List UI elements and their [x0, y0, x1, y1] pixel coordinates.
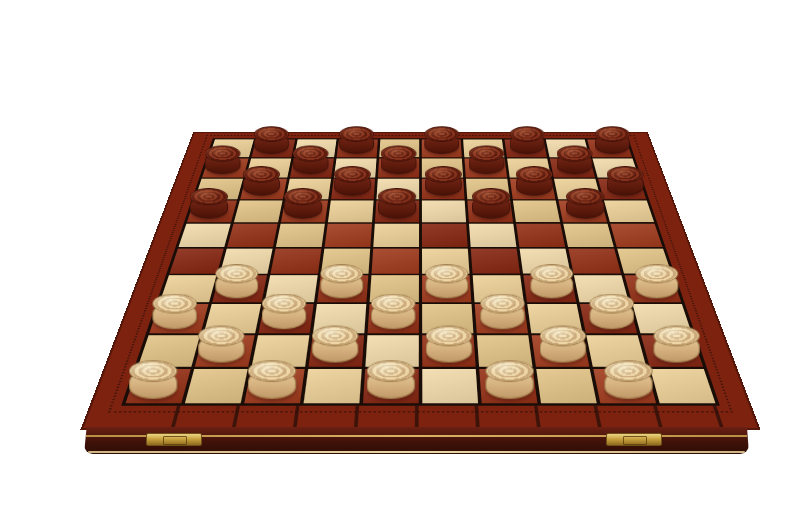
board-square-d8[interactable] — [331, 179, 375, 199]
piece-stand — [248, 360, 297, 401]
piece-stand — [604, 360, 653, 401]
piece-stand — [426, 325, 472, 364]
piece-top — [480, 294, 525, 314]
light-man[interactable] — [129, 360, 178, 401]
dark-man[interactable] — [472, 188, 510, 221]
piece-stand — [262, 294, 307, 332]
board-square-i5[interactable] — [568, 249, 621, 274]
board-square-b7[interactable] — [234, 201, 283, 223]
board-square-j7[interactable] — [604, 201, 654, 223]
light-man[interactable] — [635, 264, 678, 300]
piece-top — [198, 325, 244, 346]
piece-stand — [425, 166, 462, 198]
piece-top — [293, 145, 329, 161]
board-square-j1[interactable] — [650, 369, 715, 403]
piece-top — [653, 325, 699, 346]
board-square-d10[interactable] — [337, 139, 378, 157]
board-square-i7[interactable] — [558, 201, 607, 223]
board-square-f8[interactable] — [422, 179, 465, 199]
checkers-board — [84, 133, 758, 428]
piece-top — [516, 166, 553, 183]
dark-man[interactable] — [566, 188, 604, 221]
board-square-d1[interactable] — [304, 369, 362, 403]
piece-top — [378, 188, 416, 205]
brass-hinge-left — [146, 433, 202, 446]
board-square-a7[interactable] — [187, 201, 237, 223]
piece-top — [604, 360, 653, 382]
piece-top — [557, 145, 593, 161]
piece-top — [426, 325, 472, 346]
dark-man[interactable] — [469, 145, 505, 176]
piece-stand — [469, 145, 505, 176]
dark-man[interactable] — [243, 166, 280, 198]
board-square-h10[interactable] — [504, 139, 546, 157]
piece-stand — [284, 188, 322, 221]
board-square-e1[interactable] — [363, 369, 419, 403]
board-square-j8[interactable] — [598, 179, 646, 199]
board-square-b1[interactable] — [185, 369, 248, 403]
light-man[interactable] — [589, 294, 634, 332]
board-square-h4[interactable] — [523, 275, 576, 302]
board-square-c5[interactable] — [271, 249, 322, 274]
dark-man[interactable] — [381, 145, 417, 176]
piece-stand — [293, 145, 329, 176]
light-man[interactable] — [604, 360, 653, 401]
dark-man[interactable] — [205, 145, 241, 176]
piece-top — [129, 360, 178, 382]
piece-top — [425, 264, 468, 283]
piece-stand — [485, 360, 534, 401]
piece-top — [510, 126, 545, 142]
piece-stand — [254, 126, 289, 156]
piece-stand — [510, 126, 545, 156]
piece-stand — [152, 294, 197, 332]
light-man[interactable] — [540, 325, 586, 364]
light-man[interactable] — [215, 264, 258, 300]
piece-stand — [243, 166, 280, 198]
piece-stand — [425, 264, 468, 300]
board-square-e6[interactable] — [373, 224, 419, 247]
board-square-j10[interactable] — [587, 139, 632, 157]
board-square-c1[interactable] — [244, 369, 304, 403]
piece-stand — [516, 166, 553, 198]
piece-top — [339, 126, 374, 142]
board-square-b10[interactable] — [251, 139, 295, 157]
board-square-g7[interactable] — [467, 201, 513, 223]
piece-stand — [339, 126, 374, 156]
piece-top — [469, 145, 505, 161]
piece-stand — [595, 126, 630, 156]
piece-stand — [530, 264, 573, 300]
board-square-g3[interactable] — [475, 304, 528, 333]
piece-top — [243, 166, 280, 183]
piece-top — [607, 166, 644, 183]
light-man[interactable] — [371, 294, 416, 332]
board-square-f6[interactable] — [422, 224, 468, 247]
piece-stand — [198, 325, 244, 364]
dark-man[interactable] — [284, 188, 322, 221]
dark-man[interactable] — [254, 126, 289, 156]
board-square-g5[interactable] — [471, 249, 520, 274]
piece-stand — [480, 294, 525, 332]
piece-top — [215, 264, 258, 283]
piece-top — [485, 360, 534, 382]
piece-top — [254, 126, 289, 142]
dark-man[interactable] — [557, 145, 593, 176]
light-man[interactable] — [262, 294, 307, 332]
piece-top — [312, 325, 358, 346]
piece-stand — [540, 325, 586, 364]
piece-top — [589, 294, 634, 314]
board-square-c6[interactable] — [276, 224, 325, 247]
piece-top — [595, 126, 630, 142]
board-square-f4[interactable] — [422, 275, 471, 302]
piece-top — [284, 188, 322, 205]
light-man[interactable] — [152, 294, 197, 332]
light-man[interactable] — [320, 264, 363, 300]
piece-stand — [607, 166, 644, 198]
piece-top — [262, 294, 307, 314]
board-square-b4[interactable] — [212, 275, 267, 302]
board-square-e7[interactable] — [375, 201, 419, 223]
dark-man[interactable] — [190, 188, 228, 221]
front-bottom-trim-line — [88, 451, 745, 453]
piece-top — [530, 264, 573, 283]
piece-top — [381, 145, 417, 161]
dark-man[interactable] — [595, 126, 630, 156]
dark-man[interactable] — [334, 166, 371, 198]
dark-man[interactable] — [425, 166, 462, 198]
piece-top — [635, 264, 678, 283]
dark-man[interactable] — [510, 126, 545, 156]
light-man[interactable] — [485, 360, 534, 401]
dark-man[interactable] — [339, 126, 374, 156]
board-square-h2[interactable] — [532, 335, 590, 367]
light-man[interactable] — [530, 264, 573, 300]
piece-stand — [367, 360, 416, 401]
board-square-d7[interactable] — [328, 201, 374, 223]
piece-stand — [381, 145, 417, 176]
board-square-e3[interactable] — [368, 304, 419, 333]
piece-top — [472, 188, 510, 205]
board-square-d6[interactable] — [325, 224, 372, 247]
piece-stand — [566, 188, 604, 221]
front-frame-score-lines — [113, 406, 727, 428]
board-square-g6[interactable] — [469, 224, 516, 247]
piece-top — [205, 145, 241, 161]
board-square-f1[interactable] — [422, 369, 478, 403]
board-square-i9[interactable] — [550, 159, 595, 178]
light-man[interactable] — [653, 325, 699, 364]
piece-top — [371, 294, 416, 314]
piece-stand — [320, 264, 363, 300]
piece-top — [425, 166, 462, 183]
board-square-h1[interactable] — [536, 369, 596, 403]
board-square-g1[interactable] — [479, 369, 537, 403]
piece-stand — [424, 126, 459, 156]
light-man[interactable] — [480, 294, 525, 332]
board-square-h7[interactable] — [513, 201, 560, 223]
piece-stand — [215, 264, 258, 300]
piece-top — [248, 360, 297, 382]
board-square-g9[interactable] — [464, 159, 507, 178]
board-square-c3[interactable] — [258, 304, 313, 333]
piece-top — [334, 166, 371, 183]
piece-top — [152, 294, 197, 314]
piece-stand — [371, 294, 416, 332]
dark-man[interactable] — [607, 166, 644, 198]
light-man[interactable] — [426, 325, 472, 364]
board-square-i6[interactable] — [563, 224, 614, 247]
piece-top — [367, 360, 416, 382]
piece-stand — [334, 166, 371, 198]
light-man[interactable] — [425, 264, 468, 300]
piece-top — [566, 188, 604, 205]
board-square-j6[interactable] — [610, 224, 662, 247]
board-frame — [84, 133, 758, 428]
piece-stand — [205, 145, 241, 176]
light-man[interactable] — [248, 360, 297, 401]
board-square-i1[interactable] — [593, 369, 656, 403]
piece-stand — [190, 188, 228, 221]
piece-stand — [653, 325, 699, 364]
board-square-e5[interactable] — [372, 249, 419, 274]
board-square-i3[interactable] — [580, 304, 637, 333]
board-square-f10[interactable] — [422, 139, 462, 157]
board-square-d2[interactable] — [309, 335, 365, 367]
board-square-c7[interactable] — [281, 201, 328, 223]
board-square-e9[interactable] — [378, 159, 419, 178]
light-man[interactable] — [367, 360, 416, 401]
piece-top — [190, 188, 228, 205]
light-man[interactable] — [312, 325, 358, 364]
board-square-b8[interactable] — [240, 179, 287, 199]
dark-man[interactable] — [424, 126, 459, 156]
piece-stand — [129, 360, 178, 401]
board-square-a9[interactable] — [202, 159, 249, 178]
piece-stand — [635, 264, 678, 300]
board-square-b2[interactable] — [195, 335, 255, 367]
board-square-f7[interactable] — [422, 201, 466, 223]
piece-stand — [378, 188, 416, 221]
piece-top — [320, 264, 363, 283]
dark-man[interactable] — [378, 188, 416, 221]
brass-hinge-right — [606, 433, 662, 446]
piece-stand — [472, 188, 510, 221]
product-photo-scene — [0, 0, 800, 532]
board-grid — [121, 138, 720, 405]
dark-man[interactable] — [516, 166, 553, 198]
board-square-c9[interactable] — [290, 159, 334, 178]
piece-top — [540, 325, 586, 346]
dark-man[interactable] — [293, 145, 329, 176]
piece-stand — [312, 325, 358, 364]
board-square-a1[interactable] — [126, 369, 191, 403]
board-square-h8[interactable] — [510, 179, 555, 199]
board-square-f2[interactable] — [422, 335, 475, 367]
piece-stand — [557, 145, 593, 176]
board-front-edge — [84, 427, 749, 454]
board-square-d4[interactable] — [317, 275, 368, 302]
board-square-b6[interactable] — [227, 224, 278, 247]
piece-stand — [589, 294, 634, 332]
piece-top — [424, 126, 459, 142]
board-square-a6[interactable] — [179, 224, 231, 247]
board-square-h6[interactable] — [516, 224, 565, 247]
light-man[interactable] — [198, 325, 244, 364]
